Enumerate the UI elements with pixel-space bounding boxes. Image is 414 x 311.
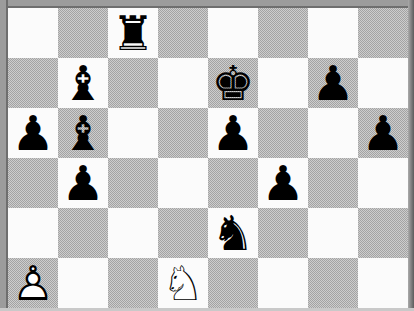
square-d7[interactable] bbox=[158, 58, 208, 108]
black-pawn: ♟ bbox=[8, 108, 58, 158]
square-g6[interactable] bbox=[308, 108, 358, 158]
board-frame-right bbox=[408, 0, 414, 311]
square-c5[interactable] bbox=[108, 158, 158, 208]
black-pawn: ♟ bbox=[208, 108, 258, 158]
black-pawn: ♟ bbox=[58, 158, 108, 208]
square-b6[interactable]: ♝ bbox=[58, 108, 108, 158]
square-b5[interactable]: ♟ bbox=[58, 158, 108, 208]
black-pawn: ♟ bbox=[308, 58, 358, 108]
black-knight: ♞ bbox=[208, 208, 258, 258]
square-c4[interactable] bbox=[108, 208, 158, 258]
square-f4[interactable] bbox=[258, 208, 308, 258]
square-g3[interactable] bbox=[308, 258, 358, 308]
square-h5[interactable] bbox=[358, 158, 408, 208]
square-e4[interactable]: ♞ bbox=[208, 208, 258, 258]
square-h7[interactable] bbox=[358, 58, 408, 108]
board-frame-left bbox=[0, 0, 8, 311]
square-h6[interactable]: ♟ bbox=[358, 108, 408, 158]
square-d6[interactable] bbox=[158, 108, 208, 158]
square-a5[interactable] bbox=[8, 158, 58, 208]
board: ♜♝♚♟♟♝♟♟♟♟♞♟♙♞♘ bbox=[8, 8, 408, 308]
square-c8[interactable]: ♜ bbox=[108, 8, 158, 58]
square-c3[interactable] bbox=[108, 258, 158, 308]
square-b4[interactable] bbox=[58, 208, 108, 258]
square-a3[interactable]: ♟♙ bbox=[8, 258, 58, 308]
board-frame-top bbox=[0, 0, 414, 8]
square-a4[interactable] bbox=[8, 208, 58, 258]
square-e8[interactable] bbox=[208, 8, 258, 58]
piece-outline: ♙ bbox=[8, 258, 58, 308]
square-h8[interactable] bbox=[358, 8, 408, 58]
square-f6[interactable] bbox=[258, 108, 308, 158]
black-pawn: ♟ bbox=[258, 158, 308, 208]
white-pawn: ♟♙ bbox=[8, 258, 58, 308]
black-bishop: ♝ bbox=[58, 58, 108, 108]
square-a7[interactable] bbox=[8, 58, 58, 108]
square-c6[interactable] bbox=[108, 108, 158, 158]
square-f3[interactable] bbox=[258, 258, 308, 308]
square-h4[interactable] bbox=[358, 208, 408, 258]
black-rook: ♜ bbox=[108, 8, 158, 58]
square-d4[interactable] bbox=[158, 208, 208, 258]
square-g5[interactable] bbox=[308, 158, 358, 208]
black-king: ♚ bbox=[208, 58, 258, 108]
square-a8[interactable] bbox=[8, 8, 58, 58]
square-b3[interactable] bbox=[58, 258, 108, 308]
black-bishop: ♝ bbox=[58, 108, 108, 158]
white-knight: ♞♘ bbox=[158, 258, 208, 308]
square-d3[interactable]: ♞♘ bbox=[158, 258, 208, 308]
square-e3[interactable] bbox=[208, 258, 258, 308]
square-e5[interactable] bbox=[208, 158, 258, 208]
square-e6[interactable]: ♟ bbox=[208, 108, 258, 158]
piece-outline: ♘ bbox=[158, 258, 208, 308]
square-g4[interactable] bbox=[308, 208, 358, 258]
square-b7[interactable]: ♝ bbox=[58, 58, 108, 108]
square-d8[interactable] bbox=[158, 8, 208, 58]
square-d5[interactable] bbox=[158, 158, 208, 208]
square-e7[interactable]: ♚ bbox=[208, 58, 258, 108]
square-g7[interactable]: ♟ bbox=[308, 58, 358, 108]
square-g8[interactable] bbox=[308, 8, 358, 58]
square-b8[interactable] bbox=[58, 8, 108, 58]
square-h3[interactable] bbox=[358, 258, 408, 308]
chess-board-window: ♜♝♚♟♟♝♟♟♟♟♞♟♙♞♘ bbox=[0, 0, 414, 311]
square-c7[interactable] bbox=[108, 58, 158, 108]
square-f8[interactable] bbox=[258, 8, 308, 58]
square-a6[interactable]: ♟ bbox=[8, 108, 58, 158]
square-f5[interactable]: ♟ bbox=[258, 158, 308, 208]
black-pawn: ♟ bbox=[358, 108, 408, 158]
square-f7[interactable] bbox=[258, 58, 308, 108]
